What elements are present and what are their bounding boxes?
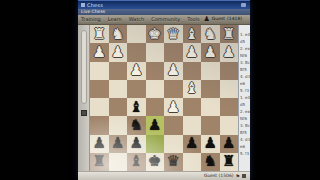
square-h1[interactable]: ♜	[90, 25, 109, 43]
square-c7[interactable]: ♟	[183, 135, 202, 153]
black-rook-a8[interactable]: ♜	[222, 154, 235, 169]
square-d8[interactable]: ♛	[164, 153, 183, 171]
chess-app-window: Chess Live Chess Training Learn Watch Co…	[78, 0, 250, 180]
move-list-panel[interactable]: 1. e4d52. exd5Nf63. Bc4Bf54. d3e65. f31.…	[238, 25, 250, 171]
square-h2[interactable]: ♟	[90, 43, 109, 61]
black-king-e8[interactable]: ♚	[148, 154, 161, 169]
square-d2[interactable]	[164, 43, 183, 61]
square-g2[interactable]: ♟	[109, 43, 128, 61]
move-line: 4. d3	[240, 136, 250, 143]
black-pawn-e6[interactable]: ♟	[148, 117, 161, 132]
square-h4[interactable]	[90, 80, 109, 98]
white-pawn-f3[interactable]: ♟	[130, 63, 143, 78]
player-info-white: ♟ Guest (1418)	[204, 16, 242, 23]
window-title: Chess	[87, 3, 103, 8]
square-b4[interactable]	[201, 80, 220, 98]
move-line: e6	[240, 143, 250, 150]
move-line: d5	[240, 38, 250, 45]
square-h5[interactable]	[90, 98, 109, 116]
move-line: 3. Bc4	[240, 59, 250, 66]
window-titlebar: Chess	[78, 0, 250, 9]
black-player-name: Guest (1506)	[204, 174, 234, 179]
move-line: 1. e4	[240, 31, 250, 38]
white-pawn-b2[interactable]: ♟	[204, 44, 217, 59]
square-a8[interactable]: ♜	[220, 153, 239, 171]
move-line: d5	[240, 101, 250, 108]
black-bishop-f8[interactable]: ♝	[130, 154, 143, 169]
square-c4[interactable]: ♝	[183, 80, 202, 98]
move-line: 5. f3	[240, 150, 250, 157]
black-knight-f6[interactable]: ♞	[130, 117, 143, 132]
move-line: Bf5	[240, 129, 250, 136]
main-area: ♜♞♚♛♝♞♜♟♟♟♟♟♟♟♝♝♟♞♟♟♟♟♟♟♟♜♝♚♛♞♜ 1. e4d52…	[78, 25, 250, 171]
menu-item-community[interactable]: Community	[151, 17, 180, 22]
move-line: 2. exd5	[240, 45, 250, 52]
square-g7[interactable]: ♟	[109, 135, 128, 153]
square-g1[interactable]: ♞	[109, 25, 128, 43]
square-c5[interactable]	[183, 98, 202, 116]
white-pawn-h2[interactable]: ♟	[93, 44, 106, 59]
white-pawn-a2[interactable]: ♟	[222, 44, 235, 59]
menu-item-watch[interactable]: Watch	[129, 17, 145, 22]
square-b8[interactable]: ♞	[201, 153, 220, 171]
square-e3[interactable]	[146, 62, 165, 80]
square-d5[interactable]: ♟	[164, 98, 183, 116]
square-d4[interactable]	[164, 80, 183, 98]
square-c6[interactable]	[183, 116, 202, 134]
black-pawn-a7[interactable]: ♟	[222, 136, 235, 151]
white-king-e1[interactable]: ♚	[148, 26, 161, 41]
square-b1[interactable]: ♞	[201, 25, 220, 43]
menu-item-training[interactable]: Training	[81, 17, 101, 22]
white-pawn-c2[interactable]: ♟	[185, 44, 198, 59]
square-g3[interactable]	[109, 62, 128, 80]
square-d6[interactable]	[164, 116, 183, 134]
white-pawn-d3[interactable]: ♟	[167, 63, 180, 78]
white-queen-d1[interactable]: ♛	[167, 26, 180, 41]
left-side-panel	[78, 25, 90, 171]
square-a5[interactable]	[220, 98, 239, 116]
square-e1[interactable]: ♚	[146, 25, 165, 43]
white-pawn-d5[interactable]: ♟	[167, 99, 180, 114]
square-d3[interactable]: ♟	[164, 62, 183, 80]
app-icon	[81, 3, 85, 7]
move-line: 1. e4	[240, 94, 250, 101]
white-rook-h1[interactable]: ♜	[93, 26, 106, 41]
bottom-status-bar: Guest (1506) ⚑	[78, 171, 250, 180]
square-b7[interactable]: ♟	[201, 135, 220, 153]
square-e8[interactable]: ♚	[146, 153, 165, 171]
square-e5[interactable]	[146, 98, 165, 116]
white-bishop-c1[interactable]: ♝	[185, 26, 198, 41]
square-c1[interactable]: ♝	[183, 25, 202, 43]
square-b6[interactable]	[201, 116, 220, 134]
move-line: e6	[240, 80, 250, 87]
panel-square-icon[interactable]	[81, 110, 87, 116]
status-square-icon[interactable]	[242, 174, 246, 178]
square-a2[interactable]: ♟	[220, 43, 239, 61]
square-f7[interactable]: ♟	[127, 135, 146, 153]
square-a3[interactable]	[220, 62, 239, 80]
move-line: Nf6	[240, 52, 250, 59]
photo-stage: Chess Live Chess Training Learn Watch Co…	[0, 0, 320, 180]
square-d7[interactable]	[164, 135, 183, 153]
white-player-rating: (1418)	[227, 17, 242, 22]
white-bishop-c4[interactable]: ♝	[185, 81, 198, 96]
board-container: ♜♞♚♛♝♞♜♟♟♟♟♟♟♟♝♝♟♞♟♟♟♟♟♟♟♜♝♚♛♞♜	[90, 25, 238, 171]
pawn-icon: ♟	[204, 16, 210, 23]
square-e2[interactable]	[146, 43, 165, 61]
black-pawn-f7[interactable]: ♟	[130, 136, 143, 151]
black-rook-h8[interactable]: ♜	[93, 154, 106, 169]
square-g4[interactable]	[109, 80, 128, 98]
move-line: 5. f3	[240, 87, 250, 94]
square-f5[interactable]: ♝	[127, 98, 146, 116]
square-b3[interactable]	[201, 62, 220, 80]
white-knight-b1[interactable]: ♞	[204, 26, 217, 41]
square-f6[interactable]: ♞	[127, 116, 146, 134]
square-g6[interactable]	[109, 116, 128, 134]
square-f3[interactable]: ♟	[127, 62, 146, 80]
chess-board: ♜♞♚♛♝♞♜♟♟♟♟♟♟♟♝♝♟♞♟♟♟♟♟♟♟♜♝♚♛♞♜	[90, 25, 238, 171]
move-line: Bf5	[240, 66, 250, 73]
square-f1[interactable]	[127, 25, 146, 43]
flag-icon[interactable]: ⚑	[236, 174, 240, 179]
window-subtitle: Live Chess	[81, 10, 105, 15]
square-a6[interactable]	[220, 116, 239, 134]
menu-item-learn[interactable]: Learn	[108, 17, 122, 22]
square-h7[interactable]: ♟	[90, 135, 109, 153]
scrollbar-thumb[interactable]	[81, 30, 87, 104]
square-h3[interactable]	[90, 62, 109, 80]
square-h6[interactable]	[90, 116, 109, 134]
move-line: Nf6	[240, 115, 250, 122]
square-a1[interactable]: ♜	[220, 25, 239, 43]
square-d1[interactable]: ♛	[164, 25, 183, 43]
square-f4[interactable]	[127, 80, 146, 98]
square-c8[interactable]	[183, 153, 202, 171]
square-b2[interactable]: ♟	[201, 43, 220, 61]
white-rook-a1[interactable]: ♜	[222, 26, 235, 41]
menu-item-tools[interactable]: Tools	[187, 17, 199, 22]
black-pawn-h7[interactable]: ♟	[93, 136, 106, 151]
black-pawn-g7[interactable]: ♟	[111, 136, 124, 151]
square-f8[interactable]: ♝	[127, 153, 146, 171]
move-line: 4. d3	[240, 73, 250, 80]
move-line: 3. Bc4	[240, 122, 250, 129]
square-b5[interactable]	[201, 98, 220, 116]
square-c3[interactable]	[183, 62, 202, 80]
square-g5[interactable]	[109, 98, 128, 116]
menu-bar: Training Learn Watch Community Tools ♟ G…	[78, 15, 250, 25]
black-pawn-b7[interactable]: ♟	[204, 136, 217, 151]
black-knight-b8[interactable]: ♞	[204, 154, 217, 169]
square-e4[interactable]	[146, 80, 165, 98]
square-f2[interactable]	[127, 43, 146, 61]
white-pawn-g2[interactable]: ♟	[111, 44, 124, 59]
move-line: 2. exd5	[240, 108, 250, 115]
black-pawn-c7[interactable]: ♟	[185, 136, 198, 151]
square-e6[interactable]: ♟	[146, 116, 165, 134]
window-control-button[interactable]	[241, 3, 246, 7]
square-c2[interactable]: ♟	[183, 43, 202, 61]
square-h8[interactable]: ♜	[90, 153, 109, 171]
square-a4[interactable]	[220, 80, 239, 98]
white-player-name: Guest	[212, 17, 225, 22]
white-knight-g1[interactable]: ♞	[111, 26, 124, 41]
square-g8[interactable]	[109, 153, 128, 171]
black-bishop-f5[interactable]: ♝	[130, 99, 143, 114]
square-a7[interactable]: ♟	[220, 135, 239, 153]
black-queen-d8[interactable]: ♛	[167, 154, 180, 169]
square-e7[interactable]	[146, 135, 165, 153]
